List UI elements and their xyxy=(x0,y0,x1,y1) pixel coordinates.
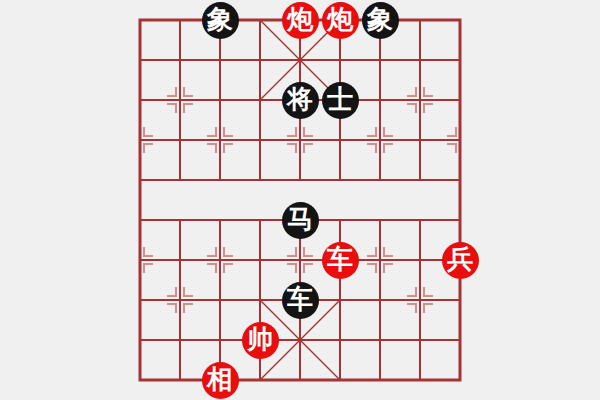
board-point-c8-r7[interactable] xyxy=(440,280,480,320)
board-point-c2-r2[interactable] xyxy=(200,80,240,120)
board-point-c6-r0[interactable]: 象 xyxy=(360,0,400,40)
board-point-c4-r0[interactable]: 炮 xyxy=(280,0,320,40)
board-point-c5-r8[interactable] xyxy=(320,320,360,360)
board-point-c6-r9[interactable] xyxy=(360,360,400,400)
board-point-c3-r1[interactable] xyxy=(240,40,280,80)
board-point-c5-r4[interactable] xyxy=(320,160,360,200)
board-point-c7-r0[interactable] xyxy=(400,0,440,40)
board-point-c6-r5[interactable] xyxy=(360,200,400,240)
board-point-c0-r6[interactable] xyxy=(120,240,160,280)
board-point-c4-r5[interactable]: 马 xyxy=(280,200,320,240)
board-point-c6-r8[interactable] xyxy=(360,320,400,360)
board-point-c5-r9[interactable] xyxy=(320,360,360,400)
board-point-c1-r2[interactable] xyxy=(160,80,200,120)
board-point-c2-r6[interactable] xyxy=(200,240,240,280)
board-point-c4-r1[interactable] xyxy=(280,40,320,80)
board-point-c0-r4[interactable] xyxy=(120,160,160,200)
board-point-c0-r7[interactable] xyxy=(120,280,160,320)
board-point-c1-r4[interactable] xyxy=(160,160,200,200)
board-point-c7-r9[interactable] xyxy=(400,360,440,400)
board-point-c3-r9[interactable] xyxy=(240,360,280,400)
board-point-c5-r5[interactable] xyxy=(320,200,360,240)
piece-black-elephant[interactable]: 象 xyxy=(202,2,239,39)
board-point-c6-r6[interactable] xyxy=(360,240,400,280)
board-point-c8-r4[interactable] xyxy=(440,160,480,200)
piece-red-cannon[interactable]: 炮 xyxy=(282,2,319,39)
board-point-c3-r2[interactable] xyxy=(240,80,280,120)
board-point-c2-r0[interactable]: 象 xyxy=(200,0,240,40)
board-point-c7-r6[interactable] xyxy=(400,240,440,280)
board-point-c2-r7[interactable] xyxy=(200,280,240,320)
board-point-c4-r6[interactable] xyxy=(280,240,320,280)
board-point-c6-r7[interactable] xyxy=(360,280,400,320)
piece-red-chariot[interactable]: 车 xyxy=(322,242,359,279)
board-point-c1-r7[interactable] xyxy=(160,280,200,320)
board-point-c8-r1[interactable] xyxy=(440,40,480,80)
board-point-c1-r6[interactable] xyxy=(160,240,200,280)
board-point-c1-r1[interactable] xyxy=(160,40,200,80)
board-point-c5-r7[interactable] xyxy=(320,280,360,320)
board-point-c7-r1[interactable] xyxy=(400,40,440,80)
piece-red-cannon[interactable]: 炮 xyxy=(322,2,359,39)
board-point-c0-r1[interactable] xyxy=(120,40,160,80)
board-point-c1-r9[interactable] xyxy=(160,360,200,400)
board-point-c8-r9[interactable] xyxy=(440,360,480,400)
board-point-c0-r3[interactable] xyxy=(120,120,160,160)
board-point-c4-r3[interactable] xyxy=(280,120,320,160)
piece-black-elephant[interactable]: 象 xyxy=(362,2,399,39)
board-point-c5-r2[interactable]: 士 xyxy=(320,80,360,120)
board-point-c6-r2[interactable] xyxy=(360,80,400,120)
piece-black-horse[interactable]: 马 xyxy=(282,202,319,239)
piece-red-soldier[interactable]: 兵 xyxy=(442,242,479,279)
board-point-c3-r3[interactable] xyxy=(240,120,280,160)
board-point-c7-r4[interactable] xyxy=(400,160,440,200)
board-point-c3-r7[interactable] xyxy=(240,280,280,320)
board-point-c5-r1[interactable] xyxy=(320,40,360,80)
board-point-c7-r3[interactable] xyxy=(400,120,440,160)
board-point-c3-r4[interactable] xyxy=(240,160,280,200)
board-point-c4-r7[interactable]: 车 xyxy=(280,280,320,320)
board-point-c3-r5[interactable] xyxy=(240,200,280,240)
xiangqi-board: 象炮炮象将士马车兵车帅相 xyxy=(120,0,480,400)
piece-red-elephant[interactable]: 相 xyxy=(202,362,239,399)
board-point-c2-r1[interactable] xyxy=(200,40,240,80)
board-point-c3-r0[interactable] xyxy=(240,0,280,40)
board-point-c2-r3[interactable] xyxy=(200,120,240,160)
piece-black-chariot[interactable]: 车 xyxy=(282,282,319,319)
board-point-c2-r9[interactable]: 相 xyxy=(200,360,240,400)
board-point-c4-r2[interactable]: 将 xyxy=(280,80,320,120)
board-point-c7-r2[interactable] xyxy=(400,80,440,120)
piece-black-advisor[interactable]: 士 xyxy=(322,82,359,119)
board-point-c8-r8[interactable] xyxy=(440,320,480,360)
board-point-c0-r2[interactable] xyxy=(120,80,160,120)
board-point-c5-r6[interactable]: 车 xyxy=(320,240,360,280)
board-point-c7-r8[interactable] xyxy=(400,320,440,360)
board-point-c5-r3[interactable] xyxy=(320,120,360,160)
board-point-c1-r3[interactable] xyxy=(160,120,200,160)
board-point-c8-r0[interactable] xyxy=(440,0,480,40)
board-point-c3-r8[interactable]: 帅 xyxy=(240,320,280,360)
board-point-c6-r3[interactable] xyxy=(360,120,400,160)
board-point-c6-r1[interactable] xyxy=(360,40,400,80)
board-point-c2-r4[interactable] xyxy=(200,160,240,200)
board-point-c3-r6[interactable] xyxy=(240,240,280,280)
piece-black-general[interactable]: 将 xyxy=(282,82,319,119)
board-point-c7-r7[interactable] xyxy=(400,280,440,320)
board-point-c4-r4[interactable] xyxy=(280,160,320,200)
board-point-c8-r3[interactable] xyxy=(440,120,480,160)
board-point-c1-r8[interactable] xyxy=(160,320,200,360)
board-point-c8-r6[interactable]: 兵 xyxy=(440,240,480,280)
board-point-c1-r5[interactable] xyxy=(160,200,200,240)
board-point-c8-r5[interactable] xyxy=(440,200,480,240)
board-point-c5-r0[interactable]: 炮 xyxy=(320,0,360,40)
board-point-c6-r4[interactable] xyxy=(360,160,400,200)
board-point-c8-r2[interactable] xyxy=(440,80,480,120)
xiangqi-app-window: 象炮炮象将士马车兵车帅相 xyxy=(0,0,600,400)
board-point-c1-r0[interactable] xyxy=(160,0,200,40)
board-point-c7-r5[interactable] xyxy=(400,200,440,240)
board-point-c0-r9[interactable] xyxy=(120,360,160,400)
piece-red-general[interactable]: 帅 xyxy=(242,322,279,359)
board-point-c0-r0[interactable] xyxy=(120,0,160,40)
board-point-c2-r8[interactable] xyxy=(200,320,240,360)
board-point-c4-r9[interactable] xyxy=(280,360,320,400)
board-point-c0-r8[interactable] xyxy=(120,320,160,360)
board-point-c2-r5[interactable] xyxy=(200,200,240,240)
board-point-c4-r8[interactable] xyxy=(280,320,320,360)
board-point-c0-r5[interactable] xyxy=(120,200,160,240)
